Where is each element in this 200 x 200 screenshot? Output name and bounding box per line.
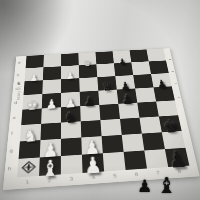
square-h1 [17, 157, 40, 177]
square-c5: ♛ [97, 76, 116, 91]
captured-black-pawn: ♟ [137, 176, 152, 196]
square-g4: ♟ [81, 136, 103, 154]
square-e2 [41, 107, 61, 124]
square-c6: ♟ [115, 75, 135, 89]
square-e1 [21, 108, 42, 125]
square-h5 [103, 152, 126, 172]
square-g2: ♟ [40, 139, 61, 158]
square-d6: ♟ [117, 88, 137, 103]
square-a1 [26, 55, 44, 68]
compass-diamond-emblem [21, 161, 36, 175]
square-e6 [118, 103, 139, 119]
square-f6 [120, 118, 142, 135]
square-b6 [114, 62, 133, 76]
square-a4: ♛ [78, 52, 96, 65]
square-h3 [61, 155, 83, 175]
logo-text: US CHESS [16, 86, 21, 100]
square-c4 [79, 77, 98, 92]
square-e5 [99, 104, 120, 120]
square-b1: ♟ [25, 67, 44, 81]
square-f3 [61, 121, 81, 138]
square-c1 [24, 80, 43, 95]
rank-label-5: 5 [104, 170, 127, 183]
square-g1 [19, 140, 41, 159]
square-a2 [43, 54, 61, 67]
square-f2 [40, 123, 61, 141]
square-b3: ♟ [61, 65, 79, 79]
square-c3 [61, 78, 80, 93]
square-c2 [42, 79, 61, 94]
square-e3: ♞ [61, 106, 81, 122]
square-d1: ♚ [22, 94, 42, 110]
square-g3 [61, 137, 82, 156]
square-a7 [130, 49, 149, 62]
square-d3: ♟ [61, 92, 80, 108]
square-d5 [98, 90, 118, 105]
square-b2 [43, 66, 61, 80]
rank-label-2: 2 [39, 174, 61, 187]
square-f5 [100, 119, 121, 136]
photo-frame: ♞ US CHESS a♛♟b♟♟c♛♟♟d♚♟♟♟♟e♞f♞♚g♟♟h♝♟♟1… [0, 0, 200, 200]
captured-black-bishop: ♝ [157, 173, 177, 198]
square-f4 [81, 120, 102, 137]
square-g5 [102, 135, 124, 153]
square-g6 [122, 134, 145, 152]
square-a6: ♟ [113, 50, 132, 63]
square-b4 [79, 64, 98, 78]
square-a3 [61, 53, 79, 66]
chessboard: ♞ US CHESS a♛♟b♟♟c♛♟♟d♚♟♟♟♟e♞f♞♚g♟♟h♝♟♟1… [3, 48, 200, 190]
captured-pieces-tray: ♟♝ [133, 170, 197, 200]
rank-label-4: 4 [83, 171, 105, 184]
square-h2: ♝ [39, 156, 61, 176]
square-f1: ♞ [20, 124, 41, 142]
rank-label-3: 3 [61, 173, 83, 186]
square-b7 [131, 61, 151, 75]
knight-icon: ♞ [16, 81, 22, 86]
square-a5 [95, 51, 113, 64]
square-h6 [124, 150, 147, 169]
square-e4 [80, 105, 100, 121]
rank-label-1: 1 [16, 176, 39, 189]
square-b5 [96, 63, 115, 77]
square-h4: ♟ [82, 153, 104, 173]
bottom-left-border [3, 177, 17, 189]
square-d4: ♟ [80, 91, 100, 106]
square-d2: ♟ [42, 93, 61, 109]
